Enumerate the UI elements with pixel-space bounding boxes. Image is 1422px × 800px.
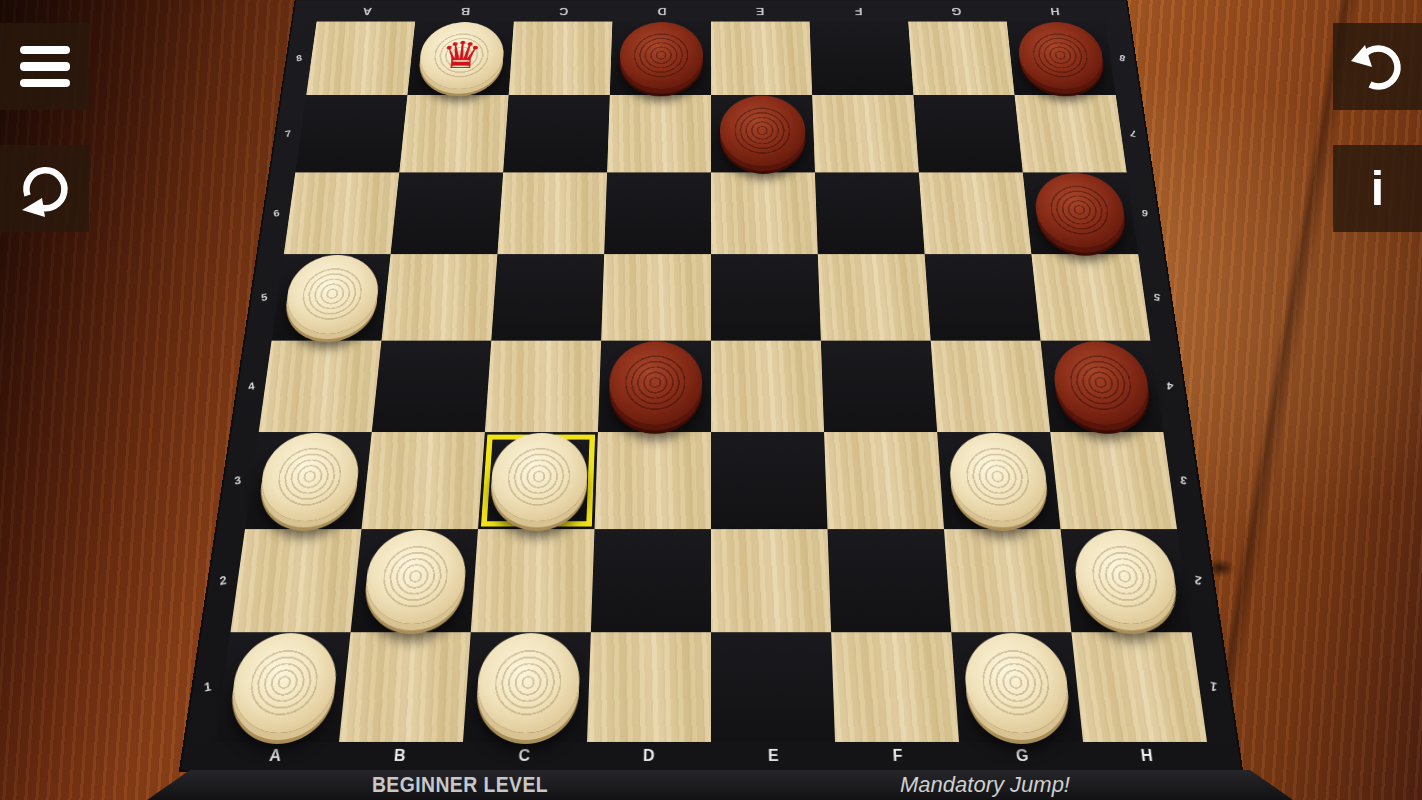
level-label: BEGINNER LEVEL xyxy=(372,772,548,798)
bottom-file-label-C: C xyxy=(461,742,587,770)
square-C7[interactable] xyxy=(503,95,610,172)
square-E8 xyxy=(711,22,812,95)
restart-button[interactable] xyxy=(0,145,89,232)
board-rim-corner xyxy=(293,0,320,21)
square-G1[interactable] xyxy=(951,632,1083,742)
square-G5[interactable] xyxy=(925,254,1041,340)
top-file-label-G: G xyxy=(907,0,1007,21)
square-B4[interactable] xyxy=(372,341,492,432)
square-G6 xyxy=(919,172,1032,254)
piece-red-man-H8[interactable] xyxy=(1015,22,1106,89)
bottom-file-label-G: G xyxy=(959,742,1086,770)
top-file-label-E: E xyxy=(711,0,810,21)
square-G2 xyxy=(944,529,1071,632)
board-front-face: BEGINNER LEVEL Mandatory Jump! xyxy=(147,770,1293,800)
wood-table: { "game": "checkers", "app_bar": { "butt… xyxy=(0,0,1422,800)
square-E3[interactable] xyxy=(711,432,828,529)
checkers-board: ABCDEFGH8♛877665544332211ABCDEFGH xyxy=(181,0,1241,770)
menu-button[interactable] xyxy=(0,23,89,110)
top-file-label-B: B xyxy=(415,0,515,21)
piece-red-man-D4[interactable] xyxy=(608,341,702,424)
square-D5 xyxy=(601,254,711,340)
square-F5 xyxy=(818,254,931,340)
square-H1 xyxy=(1071,632,1207,742)
square-D4[interactable] xyxy=(598,341,711,432)
piece-white-man-A3[interactable] xyxy=(256,433,362,521)
square-H4[interactable] xyxy=(1041,341,1164,432)
square-G3[interactable] xyxy=(937,432,1060,529)
square-D6[interactable] xyxy=(604,172,711,254)
piece-rings xyxy=(1084,542,1165,611)
piece-rings xyxy=(488,646,567,720)
square-H2[interactable] xyxy=(1061,529,1192,632)
piece-white-man-A1[interactable] xyxy=(227,633,341,733)
square-A2 xyxy=(230,529,361,632)
piece-white-man-H2[interactable] xyxy=(1070,530,1180,624)
piece-rings xyxy=(242,646,326,720)
piece-red-man-H4[interactable] xyxy=(1050,341,1153,424)
board-rim-corner xyxy=(181,742,215,770)
square-C3[interactable] xyxy=(478,432,598,529)
square-A8 xyxy=(306,22,415,95)
square-G7[interactable] xyxy=(913,95,1022,172)
square-D1 xyxy=(587,632,711,742)
piece-red-man-D8[interactable] xyxy=(619,22,703,89)
square-E1[interactable] xyxy=(711,632,835,742)
square-C1[interactable] xyxy=(463,632,591,742)
square-A3[interactable] xyxy=(245,432,372,529)
square-E4 xyxy=(711,341,824,432)
square-H3 xyxy=(1050,432,1177,529)
square-C8 xyxy=(509,22,613,95)
square-A1[interactable] xyxy=(215,632,351,742)
piece-rings xyxy=(960,444,1036,509)
square-D3 xyxy=(594,432,711,529)
info-button[interactable]: i xyxy=(1333,145,1422,232)
square-F3 xyxy=(824,432,944,529)
square-A6 xyxy=(284,172,399,254)
square-D8[interactable] xyxy=(610,22,711,95)
piece-white-man-G3[interactable] xyxy=(947,433,1050,521)
undo-icon xyxy=(1350,39,1406,95)
square-F4[interactable] xyxy=(821,341,937,432)
piece-white-man-A5[interactable] xyxy=(282,255,382,334)
square-H8[interactable] xyxy=(1007,22,1116,95)
square-A7[interactable] xyxy=(295,95,407,172)
square-E2 xyxy=(711,529,831,632)
square-H7 xyxy=(1015,95,1127,172)
square-B1 xyxy=(339,632,471,742)
piece-rings xyxy=(630,31,692,81)
square-B5 xyxy=(381,254,497,340)
square-E6 xyxy=(711,172,818,254)
board-rim-corner xyxy=(1102,0,1129,21)
top-file-label-D: D xyxy=(612,0,711,21)
piece-rings xyxy=(620,352,690,414)
piece-red-man-E7[interactable] xyxy=(720,96,806,167)
square-B2[interactable] xyxy=(351,529,478,632)
square-B8[interactable]: ♛ xyxy=(407,22,513,95)
piece-white-man-B2[interactable] xyxy=(362,530,469,624)
square-A5[interactable] xyxy=(272,254,391,340)
top-file-label-F: F xyxy=(809,0,908,21)
square-B7 xyxy=(399,95,508,172)
board-rim-corner xyxy=(1207,742,1241,770)
piece-rings xyxy=(1044,183,1116,238)
square-D7 xyxy=(607,95,711,172)
piece-white-king-B8[interactable]: ♛ xyxy=(417,22,506,89)
square-D2[interactable] xyxy=(591,529,711,632)
square-F6[interactable] xyxy=(815,172,925,254)
mandatory-jump-message: Mandatory Jump! xyxy=(900,772,1070,798)
piece-rings xyxy=(376,542,455,611)
square-F2[interactable] xyxy=(828,529,952,632)
square-C2 xyxy=(471,529,595,632)
square-F7 xyxy=(812,95,919,172)
square-A4 xyxy=(259,341,382,432)
square-C6 xyxy=(497,172,607,254)
piece-white-man-G1[interactable] xyxy=(961,633,1071,733)
scene: ABCDEFGH8♛877665544332211ABCDEFGH xyxy=(0,0,1422,800)
square-B6[interactable] xyxy=(391,172,504,254)
piece-white-man-C1[interactable] xyxy=(474,633,581,733)
piece-rings xyxy=(731,105,795,157)
square-H6[interactable] xyxy=(1023,172,1138,254)
info-icon: i xyxy=(1371,165,1384,213)
square-G4 xyxy=(931,341,1051,432)
bottom-file-label-H: H xyxy=(1083,742,1211,770)
piece-red-man-H6[interactable] xyxy=(1032,173,1129,247)
square-E5[interactable] xyxy=(711,254,821,340)
piece-rings xyxy=(295,265,369,323)
bottom-file-label-E: E xyxy=(711,742,836,770)
restart-icon xyxy=(17,161,73,217)
square-F1 xyxy=(831,632,959,742)
square-B3 xyxy=(361,432,484,529)
square-C5[interactable] xyxy=(491,254,604,340)
piece-rings xyxy=(1063,352,1139,414)
piece-rings xyxy=(975,646,1057,720)
square-C4 xyxy=(485,341,601,432)
bottom-file-label-B: B xyxy=(336,742,463,770)
bottom-file-label-D: D xyxy=(586,742,711,770)
square-H5 xyxy=(1031,254,1150,340)
square-F8[interactable] xyxy=(810,22,914,95)
undo-button[interactable] xyxy=(1333,23,1422,110)
piece-rings xyxy=(1027,31,1095,81)
top-file-label-H: H xyxy=(1005,0,1106,21)
square-G8 xyxy=(908,22,1014,95)
top-file-label-A: A xyxy=(317,0,418,21)
top-file-label-C: C xyxy=(514,0,613,21)
piece-rings xyxy=(502,444,576,509)
king-crown-icon: ♛ xyxy=(417,22,506,89)
bottom-file-label-F: F xyxy=(835,742,961,770)
hamburger-icon xyxy=(20,46,70,88)
piece-rings xyxy=(270,444,349,509)
bottom-file-label-A: A xyxy=(211,742,339,770)
square-E7[interactable] xyxy=(711,95,815,172)
